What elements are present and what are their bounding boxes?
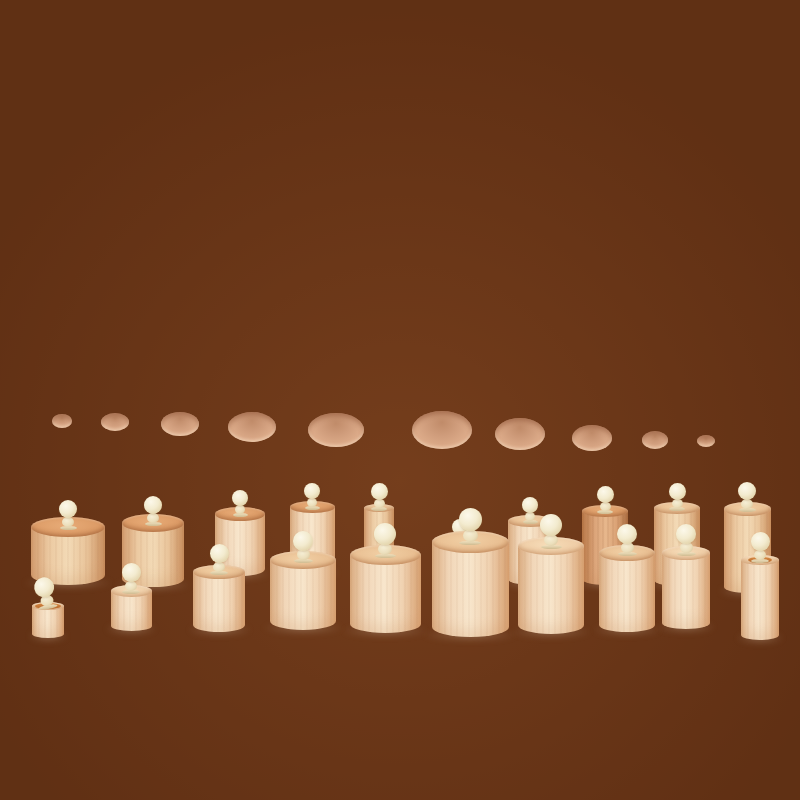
- cylinder-knob: [676, 524, 696, 556]
- cylinder-body: [193, 572, 245, 632]
- cylinder-knob: [210, 544, 229, 575]
- cylinder-body: [518, 546, 584, 634]
- cylinder-knob: [122, 563, 141, 594]
- cylinder-knob: [617, 524, 637, 556]
- cylinder-knob: [374, 523, 396, 558]
- knob-sphere: [617, 524, 637, 544]
- knob-sphere: [540, 514, 562, 536]
- cylinder-body: [270, 560, 336, 630]
- knob-sphere: [210, 544, 229, 563]
- knob-sphere: [33, 576, 56, 599]
- knob-waist: [213, 562, 225, 572]
- cylinder-body: [599, 553, 655, 632]
- product-photo-montessori-cylinder-blocks: [0, 0, 800, 800]
- cylinder-knob: [33, 576, 58, 611]
- knob-waist: [754, 550, 766, 560]
- knob-sphere: [751, 532, 770, 551]
- cylinder-body: [32, 606, 64, 638]
- knob-sphere: [676, 524, 696, 544]
- knob-sphere: [293, 531, 313, 551]
- cylinder-body: [662, 553, 710, 629]
- cylinder-knob: [459, 508, 482, 545]
- cylinder-body: [432, 542, 509, 637]
- knob-sphere: [374, 523, 396, 545]
- cylinder-knob: [540, 514, 562, 549]
- knob-sphere: [122, 563, 141, 582]
- cylinder-body: [111, 591, 152, 631]
- knob-waist: [125, 581, 137, 591]
- cylinder-knob: [751, 532, 770, 563]
- cylinder-body: [741, 560, 779, 640]
- cylinder-body: [350, 555, 421, 633]
- cylinder-knob: [293, 531, 313, 563]
- front-row-cylinders: [0, 0, 800, 800]
- knob-sphere: [459, 508, 482, 531]
